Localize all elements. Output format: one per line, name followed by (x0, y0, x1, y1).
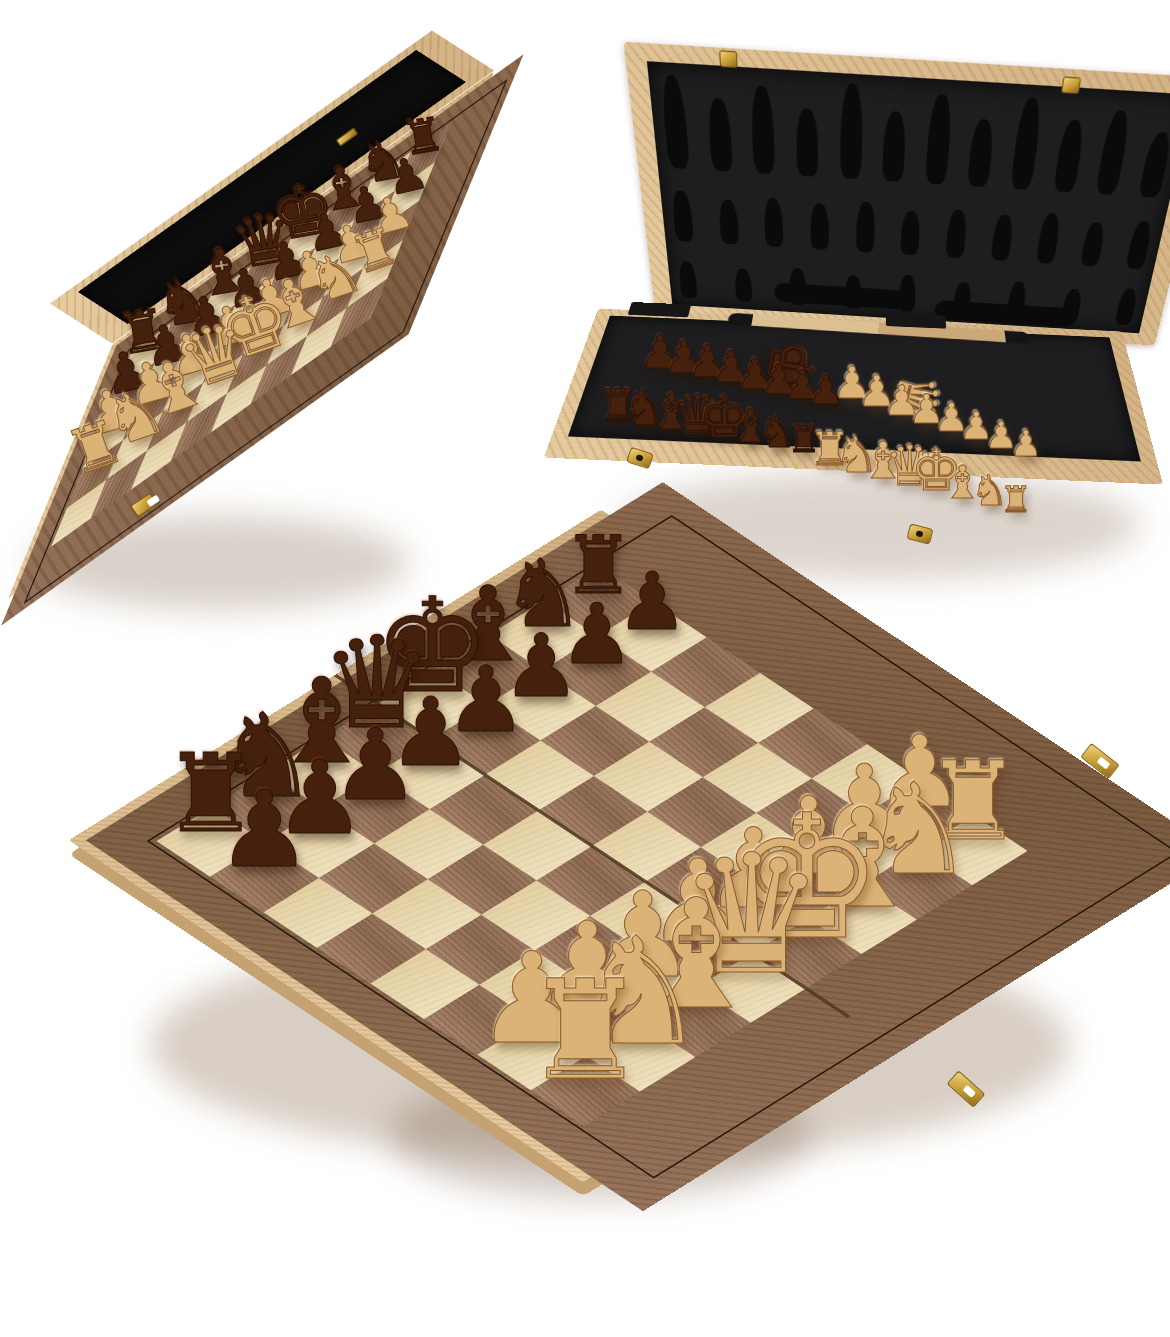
piece-slot (718, 199, 739, 244)
piece-slot (671, 190, 694, 242)
piece-slot (1095, 110, 1132, 195)
piece-dark-pawn[interactable]: ♟ (808, 370, 844, 410)
piece-slot (925, 94, 953, 185)
piece-slot (1010, 97, 1044, 190)
latch-keeper[interactable] (719, 50, 738, 68)
piece-slot (764, 198, 784, 248)
piece-light-rook[interactable]: ♜ (524, 962, 647, 1099)
piece-slot (901, 211, 922, 256)
piece-slot (1138, 132, 1170, 198)
piece-slot (1080, 222, 1106, 267)
piece-slot (750, 85, 775, 174)
piece-slot (1035, 213, 1061, 264)
piece-slot (810, 203, 828, 250)
hinge-icon (886, 313, 946, 329)
piece-slot (990, 214, 1014, 261)
piece-slot (967, 119, 995, 188)
product-photo: ♜♞♟♝♟♟♚♟♟♛♜♟♟♝♞♟♟♞♝♟♟♜♚♟♟♛♟♟♝♟♞♜ ♟♟♟♟♟♟♟… (0, 0, 1170, 1337)
piece-slot (734, 268, 752, 302)
case-lid[interactable] (623, 42, 1170, 346)
piece-slot (796, 108, 818, 177)
slot-row (671, 190, 1154, 269)
piece-slot (882, 111, 907, 182)
piece-slot (660, 75, 690, 169)
slot-row (660, 72, 1170, 198)
piece-light-pawn[interactable]: ♟ (1010, 426, 1042, 462)
piece-dark-pawn[interactable]: ♟ (217, 778, 312, 884)
latch-keeper[interactable] (1061, 76, 1081, 94)
hinge-icon (628, 302, 692, 317)
piece-slot (678, 261, 698, 299)
lid-foam-insert (647, 61, 1170, 333)
board-latch[interactable] (947, 1070, 986, 1107)
piece-slot (1125, 221, 1153, 270)
piece-slot (856, 201, 876, 252)
piece-slot (1053, 119, 1086, 192)
piece-slot (839, 83, 862, 179)
piece-slot (1114, 288, 1138, 325)
piece-light-rook[interactable]: ♜ (1000, 482, 1032, 518)
case-clasp[interactable] (906, 523, 933, 544)
piece-slot (706, 97, 732, 171)
piece-slot (945, 209, 968, 258)
